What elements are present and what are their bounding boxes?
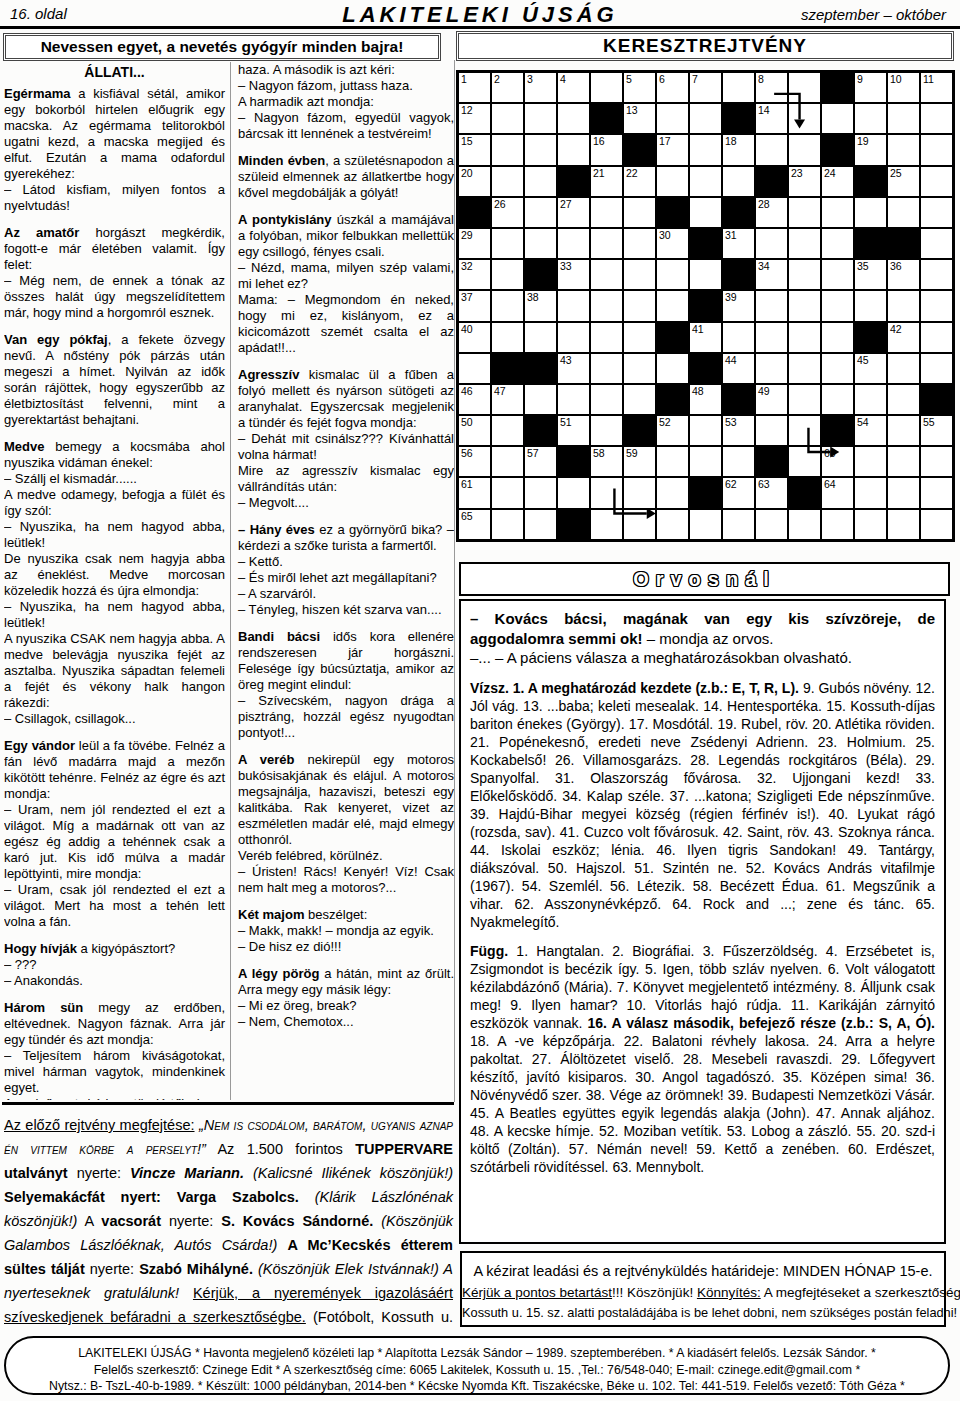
grid-cell-r4c6[interactable]: 22 xyxy=(623,166,656,197)
grid-cell-r8c10[interactable] xyxy=(755,290,788,321)
clue-number-65: 65 xyxy=(461,510,473,522)
previous-winners-paragraph: Az előző rejtvény megfejtése: „Nem is cs… xyxy=(2,1102,454,1330)
grid-cell-r4c11[interactable]: 23 xyxy=(788,166,821,197)
clue-number-57: 57 xyxy=(527,447,539,459)
grid-cell-r12c11[interactable] xyxy=(788,415,821,446)
text-segment: Van egy pókfaj xyxy=(4,332,108,347)
text-segment: A veréb xyxy=(238,752,295,767)
joke-paragraph: Bandi bácsi idős kora ellenére rendszere… xyxy=(238,629,454,741)
grid-cell-r1c13[interactable]: 9 xyxy=(854,72,887,103)
clues-box: – Kovács bácsi, magának van egy kis szív… xyxy=(459,599,946,1244)
clue-number-60: 60 xyxy=(824,447,836,459)
grid-cell-r14c1[interactable]: 61 xyxy=(458,477,491,508)
grid-cell-r10c10[interactable] xyxy=(755,353,788,384)
grid-cell-r11c14[interactable] xyxy=(887,384,920,415)
grid-cell-r9c14[interactable]: 42 xyxy=(887,322,920,353)
grid-cell-r6c5[interactable] xyxy=(590,228,623,259)
imprint-line-1: LAKITELEKI ÚJSÁG * Havonta megjelenő köz… xyxy=(6,1345,948,1362)
grid-cell-r3c9[interactable]: 18 xyxy=(722,134,755,165)
grid-cell-r4c9[interactable] xyxy=(722,166,755,197)
clue-number-22: 22 xyxy=(626,167,638,179)
grid-cell-r10c4[interactable]: 43 xyxy=(557,353,590,384)
text-segment: – Hány éves xyxy=(238,522,315,537)
grid-cell-r12c8[interactable] xyxy=(689,415,722,446)
black-cell-r4c10 xyxy=(755,166,788,197)
grid-cell-r1c7[interactable]: 6 xyxy=(656,72,689,103)
deadline-line-1: A kézirat leadási és a rejtvényküldés ha… xyxy=(462,1260,944,1282)
text-segment: a kisfiával sétál, amikor egy bokorból h… xyxy=(4,86,225,213)
clue-number-41: 41 xyxy=(692,323,704,335)
grid-cell-r4c1[interactable]: 20 xyxy=(458,166,491,197)
grid-cell-r12c13[interactable]: 54 xyxy=(854,415,887,446)
grid-cell-r13c1[interactable]: 56 xyxy=(458,446,491,477)
grid-cell-r13c8[interactable] xyxy=(689,446,722,477)
joke-paragraph: haza. A második is azt kéri: – Nagyon fá… xyxy=(238,62,454,142)
grid-cell-r14c5[interactable] xyxy=(590,477,623,508)
clue-number-25: 25 xyxy=(890,167,902,179)
grid-cell-r14c13[interactable] xyxy=(854,477,887,508)
clue-number-36: 36 xyxy=(890,260,902,272)
imprint-line-2: Felelős szerkesztő: Czinege Edit * A sze… xyxy=(6,1362,948,1379)
grid-cell-r5c4[interactable]: 27 xyxy=(557,197,590,228)
deadline-line-2: Kérjük a pontos betartást!!! Köszönjük! … xyxy=(462,1282,944,1303)
grid-cell-r10c1[interactable] xyxy=(458,353,491,384)
grid-cell-r1c2[interactable]: 2 xyxy=(491,72,524,103)
grid-cell-r5c15[interactable] xyxy=(920,197,953,228)
grid-cell-r2c13[interactable] xyxy=(854,103,887,134)
grid-cell-r9c4[interactable] xyxy=(557,322,590,353)
grid-cell-r13c15[interactable] xyxy=(920,446,953,477)
grid-cell-r11c1[interactable]: 46 xyxy=(458,384,491,415)
grid-cell-r11c12[interactable] xyxy=(821,384,854,415)
grid-cell-r9c2[interactable] xyxy=(491,322,524,353)
clue-number-50: 50 xyxy=(461,416,473,428)
joke-paragraph: Agresszív kismalac ül a fűben a folyó me… xyxy=(238,367,454,511)
grid-cell-r5c10[interactable]: 28 xyxy=(755,197,788,228)
grid-cell-r6c3[interactable] xyxy=(524,228,557,259)
grid-cell-r2c4[interactable] xyxy=(557,103,590,134)
grid-cell-r6c15[interactable] xyxy=(920,228,953,259)
text-segment: A pontykislány xyxy=(238,212,332,227)
grid-cell-r2c7[interactable] xyxy=(656,103,689,134)
grid-cell-r14c3[interactable] xyxy=(524,477,557,508)
grid-cell-r8c13[interactable] xyxy=(854,290,887,321)
text-segment: Selyemakácfát nyert: Varga Szabolcs. xyxy=(4,1189,299,1205)
grid-cell-r2c8[interactable] xyxy=(689,103,722,134)
clue-number-20: 20 xyxy=(461,167,473,179)
grid-cell-r8c12[interactable] xyxy=(821,290,854,321)
grid-cell-r4c3[interactable] xyxy=(524,166,557,197)
text-segment: Könnyítés: xyxy=(697,1285,761,1300)
grid-cell-r15c11[interactable] xyxy=(788,509,821,540)
clue-number-46: 46 xyxy=(461,385,473,397)
grid-cell-r6c12[interactable] xyxy=(821,228,854,259)
joke-paragraph: Két majom beszélget: – Makk, makk! – mon… xyxy=(238,907,454,955)
grid-cell-r6c7[interactable]: 30 xyxy=(656,228,689,259)
grid-cell-r12c2[interactable] xyxy=(491,415,524,446)
black-cell-r6c8 xyxy=(689,228,722,259)
text-segment: S. Kovács Sándorné. xyxy=(221,1213,373,1229)
grid-cell-r2c11[interactable] xyxy=(788,103,821,134)
clue-number-42: 42 xyxy=(890,323,902,335)
text-segment: A légy pörög xyxy=(238,966,319,981)
grid-cell-r2c2[interactable] xyxy=(491,103,524,134)
grid-cell-r8c7[interactable] xyxy=(656,290,689,321)
clue-number-54: 54 xyxy=(857,416,869,428)
grid-cell-r13c14[interactable] xyxy=(887,446,920,477)
grid-cell-r3c7[interactable]: 17 xyxy=(656,134,689,165)
grid-cell-r15c7[interactable] xyxy=(656,509,689,540)
grid-cell-r2c10[interactable]: 14 xyxy=(755,103,788,134)
grid-cell-r14c10[interactable]: 63 xyxy=(755,477,788,508)
grid-cell-r2c6[interactable]: 13 xyxy=(623,103,656,134)
grid-cell-r15c1[interactable]: 65 xyxy=(458,509,491,540)
grid-cell-r3c8[interactable] xyxy=(689,134,722,165)
grid-cell-r3c10[interactable] xyxy=(755,134,788,165)
joke-paragraph: – Hány éves ez a györnyörű bika? – kérde… xyxy=(238,522,454,618)
grid-cell-r6c6[interactable] xyxy=(623,228,656,259)
grid-cell-r11c2[interactable]: 47 xyxy=(491,384,524,415)
grid-cell-r8c6[interactable] xyxy=(623,290,656,321)
grid-cell-r9c6[interactable] xyxy=(623,322,656,353)
black-cell-r2c5 xyxy=(590,103,623,134)
grid-cell-r6c4[interactable] xyxy=(557,228,590,259)
grid-cell-r14c7[interactable] xyxy=(656,477,689,508)
grid-cell-r12c15[interactable]: 55 xyxy=(920,415,953,446)
grid-cell-r11c13[interactable] xyxy=(854,384,887,415)
grid-cell-r15c12[interactable] xyxy=(821,509,854,540)
grid-cell-r11c11[interactable] xyxy=(788,384,821,415)
clue-intro-line-2: –... – A páciens válasza a meghatározáso… xyxy=(470,648,935,668)
grid-cell-r13c3[interactable]: 57 xyxy=(524,446,557,477)
text-segment: kismalac ül a fűben a folyó mellett és n… xyxy=(238,367,454,510)
grid-cell-r1c6[interactable]: 5 xyxy=(623,72,656,103)
black-cell-r5c9 xyxy=(722,197,755,228)
grid-cell-r11c3[interactable] xyxy=(524,384,557,415)
grid-cell-r4c8[interactable] xyxy=(689,166,722,197)
black-cell-r4c13 xyxy=(854,166,887,197)
grid-cell-r7c10[interactable]: 34 xyxy=(755,259,788,290)
jokes-column-right-text: haza. A második is azt kéri: – Nagyon fá… xyxy=(238,62,454,1030)
text-segment: úszkál a mamájával a folyóban, mikor fel… xyxy=(238,212,454,355)
black-cell-r12c3 xyxy=(524,415,557,446)
clue-number-61: 61 xyxy=(461,478,473,490)
crossword-cells: 1234567891011121314151617181920212223242… xyxy=(458,72,953,540)
text-segment: Bandi bácsi xyxy=(238,629,320,644)
clue-number-38: 38 xyxy=(527,291,539,303)
grid-cell-r9c5[interactable] xyxy=(590,322,623,353)
grid-cell-r9c8[interactable]: 41 xyxy=(689,322,722,353)
clue-number-63: 63 xyxy=(758,478,770,490)
jokes-heading: ÁLLATI... xyxy=(4,64,225,80)
grid-cell-r6c2[interactable] xyxy=(491,228,524,259)
text-segment: vacsorát xyxy=(101,1213,161,1229)
clue-number-59: 59 xyxy=(626,447,638,459)
grid-cell-r11c8[interactable]: 48 xyxy=(689,384,722,415)
text-segment: Három sün xyxy=(4,1000,83,1015)
grid-cell-r9c11[interactable] xyxy=(788,322,821,353)
grid-cell-r14c14[interactable] xyxy=(887,477,920,508)
text-segment xyxy=(244,1165,253,1181)
grid-cell-r13c11[interactable] xyxy=(788,446,821,477)
grid-cell-r11c5[interactable] xyxy=(590,384,623,415)
text-segment: A xyxy=(77,1213,101,1229)
grid-cell-r2c1[interactable]: 12 xyxy=(458,103,491,134)
grid-cell-r11c10[interactable]: 49 xyxy=(755,384,788,415)
clue-number-4: 4 xyxy=(560,73,566,85)
grid-cell-r8c11[interactable] xyxy=(788,290,821,321)
crossword-grid: 1234567891011121314151617181920212223242… xyxy=(456,70,955,542)
grid-cell-r13c12[interactable]: 60 xyxy=(821,446,854,477)
grid-cell-r8c9[interactable]: 39 xyxy=(722,290,755,321)
grid-cell-r1c14[interactable]: 10 xyxy=(887,72,920,103)
text-segment: Vincze Mariann. xyxy=(130,1165,244,1181)
grid-cell-r8c3[interactable]: 38 xyxy=(524,290,557,321)
clue-intro-line-1: – Kovács bácsi, magának van egy kis szív… xyxy=(470,609,935,648)
clue-number-7: 7 xyxy=(692,73,698,85)
grid-cell-r12c9[interactable]: 53 xyxy=(722,415,755,446)
grid-cell-r1c5[interactable] xyxy=(590,72,623,103)
grid-cell-r1c11[interactable] xyxy=(788,72,821,103)
grid-cell-r9c3[interactable] xyxy=(524,322,557,353)
page-header: 16. oldal LAKITELEKI ÚJSÁG szeptember – … xyxy=(0,0,960,29)
grid-cell-r6c11[interactable] xyxy=(788,228,821,259)
grid-cell-r5c8[interactable] xyxy=(689,197,722,228)
grid-cell-r10c5[interactable] xyxy=(590,353,623,384)
grid-cell-r5c3[interactable] xyxy=(524,197,557,228)
grid-cell-r11c6[interactable] xyxy=(623,384,656,415)
grid-cell-r15c6[interactable] xyxy=(623,509,656,540)
clue-number-56: 56 xyxy=(461,447,473,459)
grid-cell-r6c10[interactable] xyxy=(755,228,788,259)
black-cell-r7c3 xyxy=(524,259,557,290)
grid-cell-r14c15[interactable] xyxy=(920,477,953,508)
grid-cell-r15c14[interactable] xyxy=(887,509,920,540)
grid-cell-r5c13[interactable] xyxy=(854,197,887,228)
clue-number-21: 21 xyxy=(593,167,605,179)
grid-cell-r6c9[interactable]: 31 xyxy=(722,228,755,259)
clue-number-24: 24 xyxy=(824,167,836,179)
grid-cell-r10c15[interactable] xyxy=(920,353,953,384)
text-segment xyxy=(277,1237,287,1253)
clue-number-34: 34 xyxy=(758,260,770,272)
grid-cell-r8c1[interactable]: 37 xyxy=(458,290,491,321)
clue-number-13: 13 xyxy=(626,104,638,116)
grid-cell-r7c5[interactable] xyxy=(590,259,623,290)
grid-cell-r1c3[interactable]: 3 xyxy=(524,72,557,103)
black-cell-r15c4 xyxy=(557,509,590,540)
text-segment: Kossuth u. 15. sz. alatti postaládájába … xyxy=(462,1305,957,1320)
grid-cell-r4c5[interactable]: 21 xyxy=(590,166,623,197)
grid-cell-r4c14[interactable]: 25 xyxy=(887,166,920,197)
grid-cell-r3c14[interactable] xyxy=(887,134,920,165)
text-segment: Medve xyxy=(4,439,44,454)
newspaper-page: { "game": "crossword (Hungarian newspape… xyxy=(0,0,960,1401)
grid-cell-r5c2[interactable]: 26 xyxy=(491,197,524,228)
grid-cell-r5c5[interactable] xyxy=(590,197,623,228)
grid-cell-r3c2[interactable] xyxy=(491,134,524,165)
grid-cell-r9c12[interactable] xyxy=(821,322,854,353)
grid-cell-r2c14[interactable] xyxy=(887,103,920,134)
grid-cell-r3c13[interactable]: 19 xyxy=(854,134,887,165)
grid-cell-r13c6[interactable]: 59 xyxy=(623,446,656,477)
black-cell-r8c8 xyxy=(689,290,722,321)
grid-cell-r11c4[interactable] xyxy=(557,384,590,415)
grid-cell-r9c9[interactable] xyxy=(722,322,755,353)
grid-cell-r1c1[interactable]: 1 xyxy=(458,72,491,103)
grid-cell-r13c7[interactable] xyxy=(656,446,689,477)
crossword-section-title: KERESZTREJTVÉNY xyxy=(603,35,807,57)
grid-cell-r6c1[interactable]: 29 xyxy=(458,228,491,259)
grid-cell-r1c4[interactable]: 4 xyxy=(557,72,590,103)
grid-cell-r15c5[interactable] xyxy=(590,509,623,540)
grid-cell-r15c13[interactable] xyxy=(854,509,887,540)
grid-cell-r8c15[interactable] xyxy=(920,290,953,321)
grid-cell-r7c1[interactable]: 32 xyxy=(458,259,491,290)
grid-cell-r7c12[interactable] xyxy=(821,259,854,290)
grid-cell-r9c1[interactable]: 40 xyxy=(458,322,491,353)
grid-cell-r10c6[interactable] xyxy=(623,353,656,384)
grid-cell-r4c15[interactable] xyxy=(920,166,953,197)
grid-cell-r7c13[interactable]: 35 xyxy=(854,259,887,290)
grid-cell-r10c13[interactable]: 45 xyxy=(854,353,887,384)
grid-cell-r2c15[interactable] xyxy=(920,103,953,134)
grid-cell-r13c9[interactable] xyxy=(722,446,755,477)
text-segment: !!! Köszönjük! xyxy=(612,1285,697,1300)
grid-cell-r12c14[interactable] xyxy=(887,415,920,446)
jokes-section: ÁLLATI... Egérmama a kisfiával sétál, am… xyxy=(4,62,454,1100)
text-segment: Minden évben xyxy=(238,153,325,168)
imprint-line-3: Nytsz.: B- TszL-40-b-1989. * Készült: 10… xyxy=(6,1378,948,1395)
grid-cell-r1c8[interactable]: 7 xyxy=(689,72,722,103)
grid-cell-r2c3[interactable] xyxy=(524,103,557,134)
text-segment: Hogy hívják xyxy=(4,941,77,956)
grid-cell-r12c5[interactable] xyxy=(590,415,623,446)
grid-cell-r7c7[interactable] xyxy=(656,259,689,290)
text-segment: nekirepül egy motoros bukósisakjának és … xyxy=(238,752,454,895)
grid-cell-r15c2[interactable] xyxy=(491,509,524,540)
grid-cell-r15c10[interactable] xyxy=(755,509,788,540)
grid-cell-r15c9[interactable] xyxy=(722,509,755,540)
grid-cell-r7c14[interactable]: 36 xyxy=(887,259,920,290)
grid-cell-r13c13[interactable] xyxy=(854,446,887,477)
grid-cell-r12c7[interactable]: 52 xyxy=(656,415,689,446)
clue-number-43: 43 xyxy=(560,354,572,366)
black-cell-r13c10 xyxy=(755,446,788,477)
grid-cell-r10c12[interactable] xyxy=(821,353,854,384)
text-segment: Az 1.500 forintos xyxy=(206,1141,355,1157)
grid-cell-r8c4[interactable] xyxy=(557,290,590,321)
grid-cell-r7c4[interactable]: 33 xyxy=(557,259,590,290)
text-segment: A kézirat leadási és a rejtvényküldés ha… xyxy=(473,1263,932,1279)
grid-cell-r7c2[interactable] xyxy=(491,259,524,290)
grid-cell-r10c7[interactable] xyxy=(656,353,689,384)
grid-cell-r10c9[interactable]: 44 xyxy=(722,353,755,384)
grid-cell-r14c6[interactable] xyxy=(623,477,656,508)
clue-number-14: 14 xyxy=(758,104,770,116)
clue-number-3: 3 xyxy=(527,73,533,85)
grid-cell-r5c12[interactable] xyxy=(821,197,854,228)
grid-cell-r13c2[interactable] xyxy=(491,446,524,477)
text-segment: Kérjük a pontos betartást xyxy=(462,1285,612,1300)
clue-number-2: 2 xyxy=(494,73,500,85)
grid-cell-r1c10[interactable]: 8 xyxy=(755,72,788,103)
grid-cell-r1c9[interactable] xyxy=(722,72,755,103)
grid-cell-r12c4[interactable]: 51 xyxy=(557,415,590,446)
black-cell-r12c6 xyxy=(623,415,656,446)
black-cell-r3c12 xyxy=(821,134,854,165)
grid-cell-r4c7[interactable] xyxy=(656,166,689,197)
grid-cell-r13c5[interactable]: 58 xyxy=(590,446,623,477)
clue-number-10: 10 xyxy=(890,73,902,85)
grid-cell-r7c11[interactable] xyxy=(788,259,821,290)
grid-cell-r3c1[interactable]: 15 xyxy=(458,134,491,165)
clue-number-53: 53 xyxy=(725,416,737,428)
grid-cell-r3c3[interactable] xyxy=(524,134,557,165)
grid-cell-r3c11[interactable] xyxy=(788,134,821,165)
joke-paragraph: Egy vándor leül a fa tövébe. Felnéz a fá… xyxy=(4,738,225,930)
black-cell-r12c12 xyxy=(821,415,854,446)
grid-cell-r8c5[interactable] xyxy=(590,290,623,321)
clue-number-8: 8 xyxy=(758,73,764,85)
black-cell-r10c3 xyxy=(524,353,557,384)
clue-number-58: 58 xyxy=(593,447,605,459)
black-cell-r9c13 xyxy=(854,322,887,353)
grid-cell-r15c15[interactable] xyxy=(920,509,953,540)
grid-cell-r4c12[interactable]: 24 xyxy=(821,166,854,197)
grid-cell-r4c2[interactable] xyxy=(491,166,524,197)
grid-cell-r1c15[interactable]: 11 xyxy=(920,72,953,103)
grid-cell-r7c6[interactable] xyxy=(623,259,656,290)
joke-paragraph: Medve bemegy a kocsmába ahol nyuszika vi… xyxy=(4,439,225,727)
grid-cell-r14c12[interactable]: 64 xyxy=(821,477,854,508)
jokes-column-left: ÁLLATI... Egérmama a kisfiával sétál, am… xyxy=(4,62,231,1100)
grid-cell-r5c11[interactable] xyxy=(788,197,821,228)
grid-cell-r14c2[interactable] xyxy=(491,477,524,508)
grid-cell-r9c10[interactable] xyxy=(755,322,788,353)
grid-cell-r8c2[interactable] xyxy=(491,290,524,321)
grid-cell-r5c14[interactable] xyxy=(887,197,920,228)
grid-cell-r15c3[interactable] xyxy=(524,509,557,540)
grid-cell-r3c15[interactable] xyxy=(920,134,953,165)
black-cell-r14c8 xyxy=(689,477,722,508)
grid-cell-r2c12[interactable] xyxy=(821,103,854,134)
puzzle-subtitle: Orvosnál xyxy=(633,568,776,591)
clue-number-1: 1 xyxy=(461,73,467,85)
black-cell-r6c13 xyxy=(854,228,887,259)
grid-cell-r8c14[interactable] xyxy=(887,290,920,321)
grid-cell-r12c10[interactable] xyxy=(755,415,788,446)
grid-cell-r7c15[interactable] xyxy=(920,259,953,290)
grid-cell-r14c4[interactable] xyxy=(557,477,590,508)
text-segment: haza. A második is azt kéri: – Nagyon fá… xyxy=(238,62,454,141)
grid-cell-r12c1[interactable]: 50 xyxy=(458,415,491,446)
text-segment: A megfejtéseket a szerkesztőség xyxy=(761,1285,960,1300)
grid-cell-r10c11[interactable] xyxy=(788,353,821,384)
clue-number-23: 23 xyxy=(791,167,803,179)
clue-number-29: 29 xyxy=(461,229,473,241)
black-cell-r5c1 xyxy=(458,197,491,228)
grid-cell-r15c8[interactable] xyxy=(689,509,722,540)
grid-cell-r9c15[interactable] xyxy=(920,322,953,353)
grid-cell-r3c5[interactable]: 16 xyxy=(590,134,623,165)
grid-cell-r7c8[interactable] xyxy=(689,259,722,290)
grid-cell-r14c9[interactable]: 62 xyxy=(722,477,755,508)
grid-cell-r5c6[interactable] xyxy=(623,197,656,228)
grid-cell-r10c14[interactable] xyxy=(887,353,920,384)
clue-number-40: 40 xyxy=(461,323,473,335)
grid-cell-r3c4[interactable] xyxy=(557,134,590,165)
